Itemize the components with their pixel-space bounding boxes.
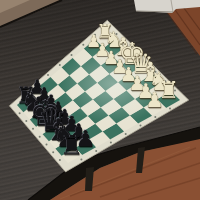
piece-white-pawn-a2[interactable]: ♟ [145, 89, 164, 110]
photo-chess-scene: ♜♞♟♝♟♚♟♛♟♟♝♟♞♟♟♜♟♜♟♟♞♟♝♟♚♟♛♟♝♟♞♜ [0, 0, 200, 200]
pieces-layer: ♜♞♟♝♟♚♟♛♟♟♝♟♞♟♟♜♟♜♟♟♞♟♝♟♚♟♛♟♝♟♞♜ [0, 0, 200, 200]
piece-black-rook-a8[interactable]: ♜ [60, 132, 83, 158]
